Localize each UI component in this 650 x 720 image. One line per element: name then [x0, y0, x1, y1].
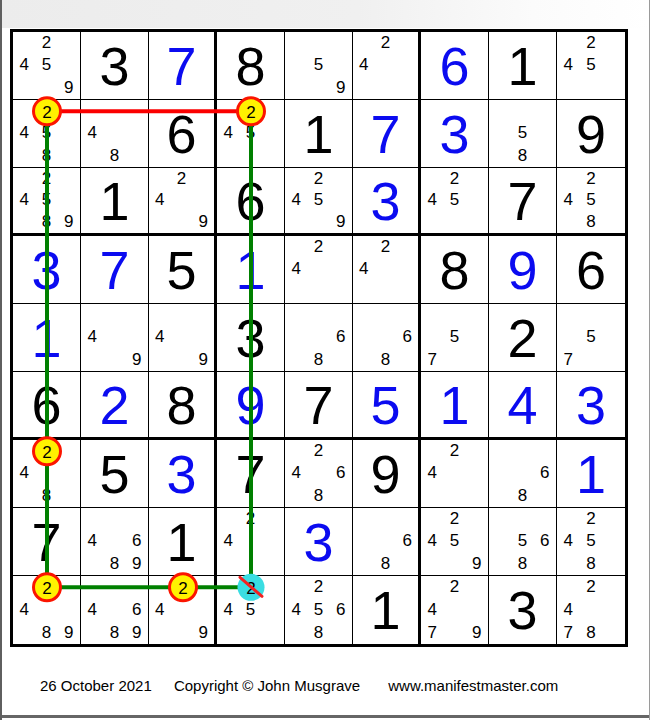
cell-r1c6: 24	[353, 32, 421, 100]
candidate-4: 4	[81, 122, 103, 144]
solved-digit: 7	[235, 447, 265, 501]
candidate-6: 6	[396, 530, 418, 552]
candidate-4: 4	[285, 258, 307, 280]
candidate-4: 4	[285, 599, 307, 622]
cell-r9c3: 249	[149, 576, 217, 644]
solved-digit: 6	[31, 378, 61, 432]
candidate-6: 6	[126, 599, 148, 622]
candidate-4: 4	[13, 54, 35, 76]
cell-r3c7: 245	[421, 168, 489, 236]
cell-r3c4: 6	[217, 168, 285, 236]
footer-copyright: Copyright © John Musgrave	[174, 677, 360, 694]
cell-r4c8: 9	[489, 236, 557, 304]
candidate-9: 9	[126, 553, 148, 575]
solved-digit: 7	[303, 378, 333, 432]
solved-digit: 7	[166, 39, 196, 93]
cell-r4c7: 8	[421, 236, 489, 304]
cell-r2c5: 1	[285, 100, 353, 168]
solved-digit: 2	[99, 378, 129, 432]
candidate-8: 8	[511, 485, 533, 507]
cell-r3c9: 2458	[557, 168, 625, 236]
candidate-2: 2	[35, 168, 57, 190]
candidate-4: 4	[13, 122, 35, 144]
candidate-4: 4	[421, 599, 443, 622]
candidate-grid: 49	[149, 304, 214, 371]
solved-digit: 5	[166, 243, 196, 297]
cell-r7c5: 2468	[285, 440, 353, 508]
candidate-4: 4	[217, 599, 239, 622]
solved-digit: 1	[507, 39, 537, 93]
cell-r4c4: 1	[217, 236, 285, 304]
candidate-4: 4	[421, 190, 443, 212]
cell-r8c3: 1	[149, 508, 217, 576]
candidate-2: 2	[35, 100, 57, 122]
solved-digit: 1	[166, 515, 196, 569]
candidate-grid: 2459	[285, 168, 352, 233]
candidate-8: 8	[375, 553, 397, 575]
candidate-5: 5	[511, 122, 533, 144]
candidate-5: 5	[580, 54, 603, 76]
candidate-8: 8	[103, 553, 125, 575]
solved-digit: 7	[370, 107, 400, 161]
cell-r4c3: 5	[149, 236, 217, 304]
cell-r1c8: 1	[489, 32, 557, 100]
candidate-8: 8	[375, 349, 397, 371]
cell-r1c5: 59	[285, 32, 353, 100]
candidate-9: 9	[58, 211, 80, 233]
candidate-7: 7	[421, 621, 443, 644]
candidate-5: 5	[307, 54, 329, 76]
candidate-grid: 2458	[557, 508, 625, 575]
cell-r2c6: 7	[353, 100, 421, 168]
candidate-9: 9	[192, 621, 214, 644]
solved-digit: 8	[439, 243, 469, 297]
candidate-2: 2	[580, 32, 603, 54]
candidate-4: 4	[285, 462, 307, 484]
candidate-2: 2	[443, 508, 465, 530]
cell-r2c1: 2458	[13, 100, 81, 168]
candidate-4: 4	[149, 326, 171, 348]
candidate-5: 5	[35, 122, 57, 144]
candidate-6: 6	[534, 462, 556, 484]
candidate-grid: 4689	[81, 576, 148, 644]
candidate-2: 2	[35, 32, 57, 54]
candidate-4: 4	[421, 530, 443, 552]
candidate-4: 4	[81, 530, 103, 552]
candidate-8: 8	[35, 211, 57, 233]
candidate-9: 9	[192, 211, 214, 233]
candidate-5: 5	[443, 190, 465, 212]
footer-url: www.manifestmaster.com	[388, 677, 558, 694]
candidate-4: 4	[421, 462, 443, 484]
candidate-grid: 24	[285, 236, 352, 303]
candidate-8: 8	[511, 145, 533, 167]
candidate-2: 2	[443, 576, 465, 599]
candidate-grid: 59	[285, 32, 352, 99]
cell-r3c2: 1	[81, 168, 149, 236]
cell-r5c5: 68	[285, 304, 353, 372]
candidate-7: 7	[421, 349, 443, 371]
candidate-8: 8	[103, 621, 125, 644]
candidate-4: 4	[81, 326, 103, 348]
cell-r5c7: 57	[421, 304, 489, 372]
candidate-6: 6	[330, 599, 352, 622]
solved-digit: 9	[370, 447, 400, 501]
candidate-8: 8	[307, 621, 329, 644]
solved-digit: 9	[235, 378, 265, 432]
solved-digit: 3	[166, 447, 196, 501]
solved-digit: 7	[507, 174, 537, 228]
cell-r7c4: 7	[217, 440, 285, 508]
cell-r6c9: 3	[557, 372, 625, 440]
candidate-grid: 2478	[557, 576, 625, 644]
candidate-grid: 249	[149, 576, 214, 644]
cell-r9c8: 3	[489, 576, 557, 644]
solved-digit: 1	[576, 447, 606, 501]
candidate-9: 9	[192, 349, 214, 371]
cell-r8c4: 24	[217, 508, 285, 576]
cell-r7c2: 5	[81, 440, 149, 508]
cell-r5c4: 3	[217, 304, 285, 372]
candidate-8: 8	[307, 349, 329, 371]
cell-r1c4: 8	[217, 32, 285, 100]
solved-digit: 9	[507, 243, 537, 297]
candidate-5: 5	[443, 326, 465, 348]
candidate-grid: 48	[81, 100, 148, 167]
cell-r6c8: 4	[489, 372, 557, 440]
candidate-grid: 24568	[285, 576, 352, 644]
candidate-6: 6	[126, 530, 148, 552]
candidate-9: 9	[330, 77, 352, 99]
candidate-grid: 24	[421, 440, 488, 507]
candidate-grid: 2458	[557, 168, 625, 233]
candidate-2: 2	[307, 440, 329, 462]
solved-digit: 3	[507, 583, 537, 637]
cell-r9c6: 1	[353, 576, 421, 644]
candidate-4: 4	[81, 599, 103, 622]
cell-r9c1: 2489	[13, 576, 81, 644]
candidate-5: 5	[580, 530, 603, 552]
candidate-grid: 58	[489, 100, 556, 167]
candidate-8: 8	[580, 621, 603, 644]
solved-digit: 1	[303, 107, 333, 161]
cell-r8c7: 2459	[421, 508, 489, 576]
cell-r2c2: 48	[81, 100, 149, 168]
cell-r4c9: 6	[557, 236, 625, 304]
cell-r2c8: 58	[489, 100, 557, 168]
solved-digit: 3	[439, 107, 469, 161]
candidate-2: 2	[580, 168, 603, 190]
candidate-9: 9	[330, 211, 352, 233]
cell-r5c9: 57	[557, 304, 625, 372]
candidate-9: 9	[58, 77, 80, 99]
cell-r4c5: 24	[285, 236, 353, 304]
candidate-grid: 2489	[13, 576, 80, 644]
footer: 26 October 2021 Copyright © John Musgrav…	[40, 677, 558, 694]
solved-digit: 6	[235, 174, 265, 228]
cell-r6c4: 9	[217, 372, 285, 440]
candidate-5: 5	[443, 530, 465, 552]
candidate-5: 5	[307, 190, 329, 212]
cell-r5c6: 68	[353, 304, 421, 372]
candidate-8: 8	[103, 145, 125, 167]
candidate-grid: 2459	[13, 32, 80, 99]
candidate-2: 2	[580, 508, 603, 530]
cell-r4c1: 3	[13, 236, 81, 304]
candidate-grid: 68	[285, 304, 352, 371]
cell-r8c8: 568	[489, 508, 557, 576]
cell-r5c8: 2	[489, 304, 557, 372]
cell-r8c5: 3	[285, 508, 353, 576]
header-bar	[2, 0, 649, 28]
candidate-5: 5	[580, 190, 603, 212]
solved-digit: 3	[576, 378, 606, 432]
candidate-4: 4	[353, 54, 375, 76]
solved-digit: 1	[439, 378, 469, 432]
candidate-grid: 24589	[13, 168, 80, 233]
candidate-4: 4	[149, 190, 171, 212]
cell-r6c5: 7	[285, 372, 353, 440]
cell-r2c3: 6	[149, 100, 217, 168]
candidate-9: 9	[126, 349, 148, 371]
candidate-4: 4	[557, 190, 580, 212]
solved-digit: 6	[439, 39, 469, 93]
candidate-9: 9	[126, 621, 148, 644]
candidate-grid: 2459	[421, 508, 488, 575]
candidate-2: 2	[239, 576, 261, 599]
candidate-grid: 49	[81, 304, 148, 371]
cell-r3c3: 249	[149, 168, 217, 236]
cell-r1c7: 6	[421, 32, 489, 100]
solved-digit: 3	[31, 243, 61, 297]
candidate-grid: 57	[421, 304, 488, 371]
cell-r3c6: 3	[353, 168, 421, 236]
candidate-9: 9	[58, 621, 80, 644]
candidate-2: 2	[307, 236, 329, 258]
solved-digit: 7	[31, 515, 61, 569]
cell-r6c6: 5	[353, 372, 421, 440]
cell-r6c7: 1	[421, 372, 489, 440]
cell-r6c3: 8	[149, 372, 217, 440]
candidate-4: 4	[217, 530, 239, 552]
bottom-edge	[2, 715, 649, 718]
candidate-grid: 68	[353, 508, 418, 575]
cell-r9c9: 2478	[557, 576, 625, 644]
cell-r8c9: 2458	[557, 508, 625, 576]
solved-digit: 1	[99, 174, 129, 228]
cell-r8c6: 68	[353, 508, 421, 576]
cell-r3c8: 7	[489, 168, 557, 236]
candidate-grid: 24	[217, 508, 284, 575]
candidate-grid: 2458	[13, 100, 80, 167]
candidate-grid: 248	[13, 440, 80, 507]
candidate-7: 7	[557, 621, 580, 644]
candidate-grid: 4689	[81, 508, 148, 575]
candidate-7: 7	[557, 349, 580, 371]
solved-digit: 8	[166, 378, 196, 432]
solved-digit: 3	[99, 39, 129, 93]
solved-digit: 3	[303, 515, 333, 569]
candidate-2: 2	[375, 236, 397, 258]
candidate-2: 2	[580, 576, 603, 599]
cell-r5c3: 49	[149, 304, 217, 372]
solved-digit: 1	[31, 311, 61, 365]
solved-digit: 1	[370, 583, 400, 637]
cell-r2c4: 245	[217, 100, 285, 168]
candidate-4: 4	[13, 190, 35, 212]
candidate-5: 5	[35, 190, 57, 212]
candidate-9: 9	[466, 553, 488, 575]
sudoku-board: 2459378592461245245848624517358924589124…	[10, 29, 628, 647]
candidate-5: 5	[35, 54, 57, 76]
candidate-8: 8	[35, 485, 57, 507]
candidate-5: 5	[307, 599, 329, 622]
candidate-8: 8	[35, 621, 57, 644]
candidate-2: 2	[307, 576, 329, 599]
candidate-grid: 24	[353, 32, 418, 99]
cell-r7c6: 9	[353, 440, 421, 508]
cell-r4c2: 7	[81, 236, 149, 304]
candidate-grid: 24	[353, 236, 418, 303]
candidate-grid: 249	[149, 168, 214, 233]
candidate-2: 2	[443, 440, 465, 462]
candidate-6: 6	[330, 462, 352, 484]
cell-r9c2: 4689	[81, 576, 149, 644]
candidate-2: 2	[171, 168, 193, 190]
candidate-4: 4	[557, 530, 580, 552]
solved-digit: 1	[235, 243, 265, 297]
candidate-grid: 245	[421, 168, 488, 233]
cell-r1c1: 2459	[13, 32, 81, 100]
candidate-8: 8	[511, 553, 533, 575]
candidate-4: 4	[557, 54, 580, 76]
candidate-4: 4	[285, 190, 307, 212]
candidate-2: 2	[35, 576, 57, 599]
cell-r4c6: 24	[353, 236, 421, 304]
candidate-grid: 2479	[421, 576, 488, 644]
solved-digit: 9	[576, 107, 606, 161]
candidate-4: 4	[13, 599, 35, 622]
cell-r1c2: 3	[81, 32, 149, 100]
solved-digit: 8	[235, 39, 265, 93]
candidate-grid: 245	[217, 576, 284, 644]
candidate-6: 6	[534, 530, 556, 552]
candidate-grid: 68	[489, 440, 556, 507]
candidate-2: 2	[375, 32, 397, 54]
cell-r7c8: 68	[489, 440, 557, 508]
candidate-grid: 245	[217, 100, 284, 167]
solved-digit: 4	[507, 378, 537, 432]
candidate-8: 8	[35, 145, 57, 167]
candidate-4: 4	[217, 122, 239, 144]
footer-date: 26 October 2021	[40, 677, 152, 694]
candidate-8: 8	[307, 485, 329, 507]
solved-digit: 2	[507, 311, 537, 365]
cell-r5c2: 49	[81, 304, 149, 372]
candidate-4: 4	[557, 599, 580, 622]
solved-digit: 5	[99, 447, 129, 501]
cell-r1c9: 245	[557, 32, 625, 100]
cell-r9c5: 24568	[285, 576, 353, 644]
candidate-2: 2	[443, 168, 465, 190]
candidate-4: 4	[13, 462, 35, 484]
cell-r8c1: 7	[13, 508, 81, 576]
solved-digit: 5	[370, 378, 400, 432]
candidate-5: 5	[511, 530, 533, 552]
candidate-5: 5	[239, 122, 261, 144]
candidate-4: 4	[353, 258, 375, 280]
cell-r1c3: 7	[149, 32, 217, 100]
cell-r5c1: 1	[13, 304, 81, 372]
candidate-2: 2	[239, 100, 261, 122]
candidate-2: 2	[307, 168, 329, 190]
candidate-8: 8	[580, 211, 603, 233]
cell-r6c2: 2	[81, 372, 149, 440]
candidate-5: 5	[580, 326, 603, 348]
cell-r7c1: 248	[13, 440, 81, 508]
cell-r3c1: 24589	[13, 168, 81, 236]
solved-digit: 6	[576, 243, 606, 297]
candidate-8: 8	[580, 553, 603, 575]
candidate-6: 6	[396, 326, 418, 348]
candidate-2: 2	[171, 576, 193, 599]
candidate-5: 5	[239, 599, 261, 622]
candidate-4: 4	[149, 599, 171, 622]
cell-r2c7: 3	[421, 100, 489, 168]
candidate-grid: 68	[353, 304, 418, 371]
candidate-6: 6	[330, 326, 352, 348]
cell-r9c7: 2479	[421, 576, 489, 644]
candidate-grid: 57	[557, 304, 625, 371]
cell-r3c5: 2459	[285, 168, 353, 236]
candidate-9: 9	[466, 621, 488, 644]
solved-digit: 3	[370, 174, 400, 228]
cell-r7c3: 3	[149, 440, 217, 508]
candidate-grid: 245	[557, 32, 625, 99]
candidate-grid: 568	[489, 508, 556, 575]
cell-r7c9: 1	[557, 440, 625, 508]
cell-r2c9: 9	[557, 100, 625, 168]
cell-r8c2: 4689	[81, 508, 149, 576]
candidate-grid: 2468	[285, 440, 352, 507]
solved-digit: 7	[99, 243, 129, 297]
solved-digit: 6	[166, 107, 196, 161]
cell-r6c1: 6	[13, 372, 81, 440]
solved-digit: 3	[235, 311, 265, 365]
cell-r9c4: 245	[217, 576, 285, 644]
candidate-2: 2	[239, 508, 261, 530]
sudoku-page: 2459378592461245245848624517358924589124…	[0, 0, 650, 720]
candidate-2: 2	[35, 440, 57, 462]
cell-r7c7: 24	[421, 440, 489, 508]
